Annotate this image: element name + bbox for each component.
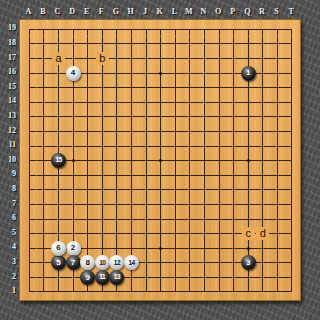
intersection-P3[interactable] (226, 256, 241, 271)
intersection-G4[interactable] (110, 241, 125, 256)
intersection-K17[interactable] (153, 51, 168, 66)
intersection-B5[interactable] (37, 226, 52, 241)
intersection-C14[interactable] (51, 95, 66, 110)
intersection-A15[interactable] (22, 80, 37, 95)
intersection-K13[interactable] (153, 110, 168, 125)
intersection-O10[interactable] (212, 153, 227, 168)
intersection-F12[interactable] (95, 124, 110, 139)
intersection-F1[interactable] (95, 285, 110, 300)
intersection-G10[interactable] (110, 153, 125, 168)
intersection-N4[interactable] (197, 241, 212, 256)
intersection-D14[interactable] (66, 95, 81, 110)
intersection-S15[interactable] (270, 80, 285, 95)
intersection-A9[interactable] (22, 168, 37, 183)
intersection-S14[interactable] (270, 95, 285, 110)
intersection-P5[interactable] (226, 226, 241, 241)
intersection-J5[interactable] (139, 226, 154, 241)
intersection-Q6[interactable] (241, 212, 256, 227)
intersection-Q17[interactable] (241, 51, 256, 66)
intersection-D9[interactable] (66, 168, 81, 183)
intersection-R8[interactable] (256, 183, 271, 198)
intersection-E16[interactable] (80, 66, 95, 81)
intersection-O2[interactable] (212, 270, 227, 285)
intersection-R9[interactable] (256, 168, 271, 183)
intersection-P18[interactable] (226, 37, 241, 52)
intersection-K6[interactable] (153, 212, 168, 227)
intersection-F10[interactable] (95, 153, 110, 168)
intersection-A19[interactable] (22, 22, 37, 37)
intersection-S5[interactable] (270, 226, 285, 241)
intersection-B8[interactable] (37, 183, 52, 198)
intersection-D2[interactable] (66, 270, 81, 285)
point-label-b[interactable]: b (96, 52, 109, 65)
intersection-A8[interactable] (22, 183, 37, 198)
intersection-B4[interactable] (37, 241, 52, 256)
intersection-E17[interactable] (80, 51, 95, 66)
intersection-N7[interactable] (197, 197, 212, 212)
intersection-L1[interactable] (168, 285, 183, 300)
intersection-T3[interactable] (285, 256, 300, 271)
intersection-R1[interactable] (256, 285, 271, 300)
intersection-L9[interactable] (168, 168, 183, 183)
intersection-A18[interactable] (22, 37, 37, 52)
intersection-M3[interactable] (183, 256, 198, 271)
intersection-A7[interactable] (22, 197, 37, 212)
intersection-T2[interactable] (285, 270, 300, 285)
intersection-R12[interactable] (256, 124, 271, 139)
intersection-N2[interactable] (197, 270, 212, 285)
intersection-D12[interactable] (66, 124, 81, 139)
intersection-H16[interactable] (124, 66, 139, 81)
intersection-J14[interactable] (139, 95, 154, 110)
intersection-A14[interactable] (22, 95, 37, 110)
intersection-P6[interactable] (226, 212, 241, 227)
intersection-P4[interactable] (226, 241, 241, 256)
intersection-P15[interactable] (226, 80, 241, 95)
intersection-N15[interactable] (197, 80, 212, 95)
intersection-M7[interactable] (183, 197, 198, 212)
intersection-E11[interactable] (80, 139, 95, 154)
intersection-F19[interactable] (95, 22, 110, 37)
intersection-N6[interactable] (197, 212, 212, 227)
intersection-Q19[interactable] (241, 22, 256, 37)
intersection-J7[interactable] (139, 197, 154, 212)
intersection-B3[interactable] (37, 256, 52, 271)
intersection-K9[interactable] (153, 168, 168, 183)
intersection-G6[interactable] (110, 212, 125, 227)
intersection-E9[interactable] (80, 168, 95, 183)
point-label-c[interactable]: c (242, 227, 255, 240)
intersection-K12[interactable] (153, 124, 168, 139)
intersection-H5[interactable] (124, 226, 139, 241)
intersection-P12[interactable] (226, 124, 241, 139)
intersection-L3[interactable] (168, 256, 183, 271)
intersection-T8[interactable] (285, 183, 300, 198)
stone-white-D16-move-4[interactable]: 4 (66, 66, 81, 81)
intersection-T11[interactable] (285, 139, 300, 154)
intersection-A2[interactable] (22, 270, 37, 285)
intersection-J3[interactable] (139, 256, 154, 271)
intersection-K5[interactable] (153, 226, 168, 241)
intersection-E5[interactable] (80, 226, 95, 241)
intersection-B6[interactable] (37, 212, 52, 227)
intersection-N14[interactable] (197, 95, 212, 110)
intersection-R4[interactable] (256, 241, 271, 256)
intersection-B13[interactable] (37, 110, 52, 125)
intersection-M11[interactable] (183, 139, 198, 154)
intersection-T1[interactable] (285, 285, 300, 300)
intersection-J19[interactable] (139, 22, 154, 37)
intersection-J12[interactable] (139, 124, 154, 139)
intersection-L6[interactable] (168, 212, 183, 227)
intersection-H10[interactable] (124, 153, 139, 168)
intersection-D8[interactable] (66, 183, 81, 198)
intersection-P14[interactable] (226, 95, 241, 110)
point-label-a[interactable]: a (52, 52, 65, 65)
intersection-H15[interactable] (124, 80, 139, 95)
intersection-L13[interactable] (168, 110, 183, 125)
intersection-S13[interactable] (270, 110, 285, 125)
intersection-E12[interactable] (80, 124, 95, 139)
intersection-F7[interactable] (95, 197, 110, 212)
intersection-K1[interactable] (153, 285, 168, 300)
intersection-Q15[interactable] (241, 80, 256, 95)
intersection-E1[interactable] (80, 285, 95, 300)
intersection-T18[interactable] (285, 37, 300, 52)
intersection-M2[interactable] (183, 270, 198, 285)
intersection-O8[interactable] (212, 183, 227, 198)
intersection-J11[interactable] (139, 139, 154, 154)
intersection-D5[interactable] (66, 226, 81, 241)
intersection-B19[interactable] (37, 22, 52, 37)
intersection-L15[interactable] (168, 80, 183, 95)
intersection-F13[interactable] (95, 110, 110, 125)
intersection-S19[interactable] (270, 22, 285, 37)
intersection-T10[interactable] (285, 153, 300, 168)
intersection-R14[interactable] (256, 95, 271, 110)
intersection-K18[interactable] (153, 37, 168, 52)
intersection-B18[interactable] (37, 37, 52, 52)
intersection-E15[interactable] (80, 80, 95, 95)
intersection-F14[interactable] (95, 95, 110, 110)
intersection-M4[interactable] (183, 241, 198, 256)
intersection-O12[interactable] (212, 124, 227, 139)
intersection-A1[interactable] (22, 285, 37, 300)
stone-white-C4-move-6[interactable]: 6 (51, 241, 66, 256)
intersection-L19[interactable] (168, 22, 183, 37)
intersection-H18[interactable] (124, 37, 139, 52)
intersection-D15[interactable] (66, 80, 81, 95)
intersection-O6[interactable] (212, 212, 227, 227)
intersection-D1[interactable] (66, 285, 81, 300)
intersection-T5[interactable] (285, 226, 300, 241)
intersection-N16[interactable] (197, 66, 212, 81)
intersection-D18[interactable] (66, 37, 81, 52)
intersection-F16[interactable] (95, 66, 110, 81)
intersection-F18[interactable] (95, 37, 110, 52)
intersection-R18[interactable] (256, 37, 271, 52)
intersection-N1[interactable] (197, 285, 212, 300)
intersection-Q9[interactable] (241, 168, 256, 183)
intersection-T19[interactable] (285, 22, 300, 37)
intersection-B1[interactable] (37, 285, 52, 300)
intersection-D7[interactable] (66, 197, 81, 212)
intersection-R7[interactable] (256, 197, 271, 212)
intersection-O4[interactable] (212, 241, 227, 256)
intersection-L12[interactable] (168, 124, 183, 139)
intersection-F5[interactable] (95, 226, 110, 241)
intersection-M1[interactable] (183, 285, 198, 300)
intersection-E4[interactable] (80, 241, 95, 256)
intersection-C18[interactable] (51, 37, 66, 52)
intersection-D13[interactable] (66, 110, 81, 125)
intersection-T15[interactable] (285, 80, 300, 95)
intersection-P2[interactable] (226, 270, 241, 285)
intersection-S2[interactable] (270, 270, 285, 285)
intersection-B7[interactable] (37, 197, 52, 212)
intersection-M18[interactable] (183, 37, 198, 52)
intersection-M8[interactable] (183, 183, 198, 198)
intersection-K15[interactable] (153, 80, 168, 95)
intersection-R13[interactable] (256, 110, 271, 125)
intersection-G11[interactable] (110, 139, 125, 154)
intersection-S4[interactable] (270, 241, 285, 256)
intersection-F8[interactable] (95, 183, 110, 198)
intersection-J2[interactable] (139, 270, 154, 285)
intersection-C8[interactable] (51, 183, 66, 198)
intersection-S7[interactable] (270, 197, 285, 212)
intersection-P19[interactable] (226, 22, 241, 37)
intersection-L18[interactable] (168, 37, 183, 52)
intersection-G16[interactable] (110, 66, 125, 81)
intersection-C1[interactable] (51, 285, 66, 300)
intersection-D19[interactable] (66, 22, 81, 37)
intersection-K11[interactable] (153, 139, 168, 154)
intersection-O3[interactable] (212, 256, 227, 271)
intersection-L14[interactable] (168, 95, 183, 110)
intersection-G18[interactable] (110, 37, 125, 52)
intersection-T17[interactable] (285, 51, 300, 66)
intersection-C5[interactable] (51, 226, 66, 241)
intersection-K7[interactable] (153, 197, 168, 212)
intersection-G15[interactable] (110, 80, 125, 95)
intersection-J17[interactable] (139, 51, 154, 66)
intersection-Q8[interactable] (241, 183, 256, 198)
intersection-O14[interactable] (212, 95, 227, 110)
intersection-N8[interactable] (197, 183, 212, 198)
intersection-E19[interactable] (80, 22, 95, 37)
intersection-H6[interactable] (124, 212, 139, 227)
intersection-T9[interactable] (285, 168, 300, 183)
intersection-R11[interactable] (256, 139, 271, 154)
intersection-P10[interactable] (226, 153, 241, 168)
intersection-A6[interactable] (22, 212, 37, 227)
intersection-J1[interactable] (139, 285, 154, 300)
intersection-J9[interactable] (139, 168, 154, 183)
intersection-E7[interactable] (80, 197, 95, 212)
intersection-F15[interactable] (95, 80, 110, 95)
intersection-L11[interactable] (168, 139, 183, 154)
intersection-J6[interactable] (139, 212, 154, 227)
intersection-O15[interactable] (212, 80, 227, 95)
intersection-N18[interactable] (197, 37, 212, 52)
intersection-R16[interactable] (256, 66, 271, 81)
intersection-B9[interactable] (37, 168, 52, 183)
intersection-O1[interactable] (212, 285, 227, 300)
intersection-O9[interactable] (212, 168, 227, 183)
intersection-M5[interactable] (183, 226, 198, 241)
intersection-C15[interactable] (51, 80, 66, 95)
intersection-D11[interactable] (66, 139, 81, 154)
intersection-C7[interactable] (51, 197, 66, 212)
intersection-L10[interactable] (168, 153, 183, 168)
intersection-N3[interactable] (197, 256, 212, 271)
intersection-M19[interactable] (183, 22, 198, 37)
intersection-S17[interactable] (270, 51, 285, 66)
intersection-R2[interactable] (256, 270, 271, 285)
intersection-R3[interactable] (256, 256, 271, 271)
intersection-N12[interactable] (197, 124, 212, 139)
intersection-G12[interactable] (110, 124, 125, 139)
intersection-A16[interactable] (22, 66, 37, 81)
intersection-K3[interactable] (153, 256, 168, 271)
intersection-F6[interactable] (95, 212, 110, 227)
intersection-P8[interactable] (226, 183, 241, 198)
intersection-J16[interactable] (139, 66, 154, 81)
intersection-L4[interactable] (168, 241, 183, 256)
intersection-M12[interactable] (183, 124, 198, 139)
intersection-T7[interactable] (285, 197, 300, 212)
intersection-S10[interactable] (270, 153, 285, 168)
intersection-E6[interactable] (80, 212, 95, 227)
intersection-A11[interactable] (22, 139, 37, 154)
intersection-J18[interactable] (139, 37, 154, 52)
intersection-L16[interactable] (168, 66, 183, 81)
intersection-O7[interactable] (212, 197, 227, 212)
intersection-R6[interactable] (256, 212, 271, 227)
intersection-B11[interactable] (37, 139, 52, 154)
intersection-P17[interactable] (226, 51, 241, 66)
intersection-H11[interactable] (124, 139, 139, 154)
intersection-B10[interactable] (37, 153, 52, 168)
intersection-M15[interactable] (183, 80, 198, 95)
intersection-C19[interactable] (51, 22, 66, 37)
intersection-C12[interactable] (51, 124, 66, 139)
intersection-N19[interactable] (197, 22, 212, 37)
intersection-G14[interactable] (110, 95, 125, 110)
intersection-H4[interactable] (124, 241, 139, 256)
intersection-H14[interactable] (124, 95, 139, 110)
intersection-L8[interactable] (168, 183, 183, 198)
intersection-O18[interactable] (212, 37, 227, 52)
intersection-H2[interactable] (124, 270, 139, 285)
stone-white-D4-move-2[interactable]: 2 (66, 241, 81, 256)
intersection-K8[interactable] (153, 183, 168, 198)
intersection-T4[interactable] (285, 241, 300, 256)
intersection-A12[interactable] (22, 124, 37, 139)
stone-black-F2-move-11[interactable]: 11 (95, 270, 110, 285)
intersection-D6[interactable] (66, 212, 81, 227)
intersection-S11[interactable] (270, 139, 285, 154)
intersection-H13[interactable] (124, 110, 139, 125)
intersection-L7[interactable] (168, 197, 183, 212)
intersection-O5[interactable] (212, 226, 227, 241)
intersection-Q14[interactable] (241, 95, 256, 110)
intersection-G7[interactable] (110, 197, 125, 212)
intersection-K2[interactable] (153, 270, 168, 285)
intersection-J15[interactable] (139, 80, 154, 95)
intersection-J13[interactable] (139, 110, 154, 125)
intersection-P7[interactable] (226, 197, 241, 212)
intersection-P9[interactable] (226, 168, 241, 183)
intersection-G1[interactable] (110, 285, 125, 300)
intersection-Q2[interactable] (241, 270, 256, 285)
intersection-N11[interactable] (197, 139, 212, 154)
intersection-J10[interactable] (139, 153, 154, 168)
intersection-P16[interactable] (226, 66, 241, 81)
intersection-O19[interactable] (212, 22, 227, 37)
intersection-P1[interactable] (226, 285, 241, 300)
intersection-P13[interactable] (226, 110, 241, 125)
intersection-Q7[interactable] (241, 197, 256, 212)
intersection-R10[interactable] (256, 153, 271, 168)
intersection-B2[interactable] (37, 270, 52, 285)
intersection-F9[interactable] (95, 168, 110, 183)
intersection-P11[interactable] (226, 139, 241, 154)
intersection-H7[interactable] (124, 197, 139, 212)
intersection-A17[interactable] (22, 51, 37, 66)
intersection-N5[interactable] (197, 226, 212, 241)
intersection-G8[interactable] (110, 183, 125, 198)
intersection-G9[interactable] (110, 168, 125, 183)
intersection-L17[interactable] (168, 51, 183, 66)
intersection-H12[interactable] (124, 124, 139, 139)
intersection-H1[interactable] (124, 285, 139, 300)
intersection-R19[interactable] (256, 22, 271, 37)
intersection-H9[interactable] (124, 168, 139, 183)
intersection-S6[interactable] (270, 212, 285, 227)
intersection-M6[interactable] (183, 212, 198, 227)
intersection-C16[interactable] (51, 66, 66, 81)
intersection-C6[interactable] (51, 212, 66, 227)
intersection-S16[interactable] (270, 66, 285, 81)
intersection-O17[interactable] (212, 51, 227, 66)
intersection-A10[interactable] (22, 153, 37, 168)
intersection-M17[interactable] (183, 51, 198, 66)
intersection-C11[interactable] (51, 139, 66, 154)
intersection-C2[interactable] (51, 270, 66, 285)
intersection-F4[interactable] (95, 241, 110, 256)
intersection-T16[interactable] (285, 66, 300, 81)
intersection-C9[interactable] (51, 168, 66, 183)
intersection-B17[interactable] (37, 51, 52, 66)
intersection-B15[interactable] (37, 80, 52, 95)
stone-black-Q16-move-1[interactable]: 1 (241, 66, 256, 81)
intersection-H17[interactable] (124, 51, 139, 66)
intersection-A5[interactable] (22, 226, 37, 241)
intersection-Q11[interactable] (241, 139, 256, 154)
intersection-M13[interactable] (183, 110, 198, 125)
intersection-S3[interactable] (270, 256, 285, 271)
intersection-E10[interactable] (80, 153, 95, 168)
intersection-O11[interactable] (212, 139, 227, 154)
intersection-M10[interactable] (183, 153, 198, 168)
intersection-L5[interactable] (168, 226, 183, 241)
intersection-K19[interactable] (153, 22, 168, 37)
intersection-G17[interactable] (110, 51, 125, 66)
go-board[interactable]: abcd123456789101112131415 (19, 19, 301, 301)
intersection-H19[interactable] (124, 22, 139, 37)
